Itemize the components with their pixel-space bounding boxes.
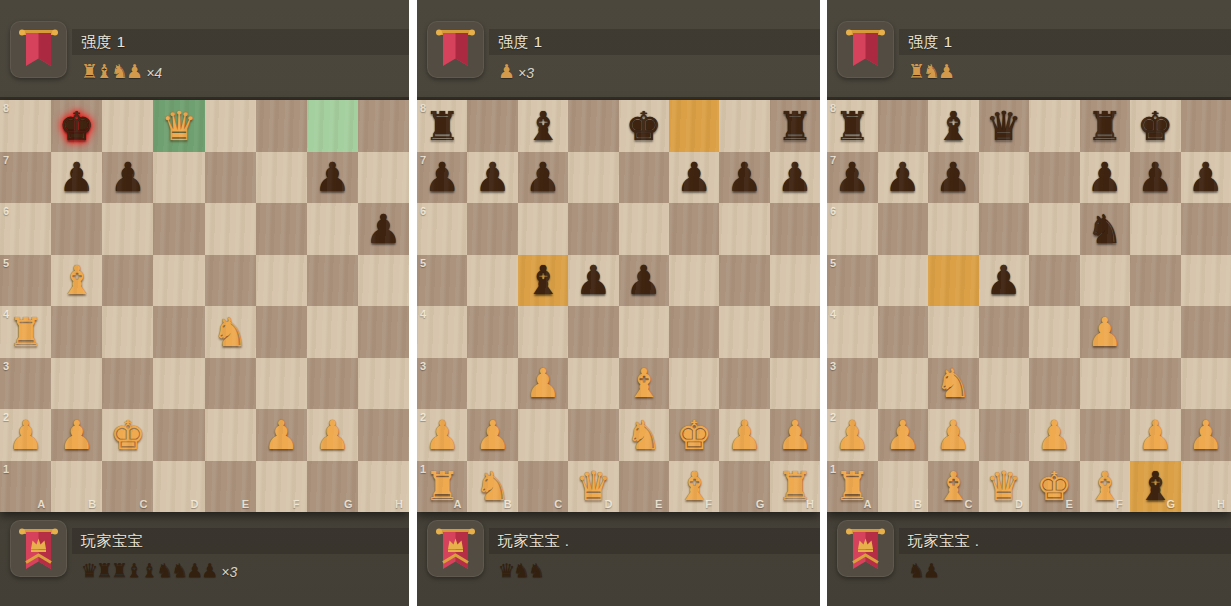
square-f2[interactable]: ♟ xyxy=(256,409,307,461)
opponent-bar: 强度 1 ♜♞♟ xyxy=(827,0,1231,100)
square-a6[interactable] xyxy=(827,203,878,255)
white-pawn: ♟ xyxy=(885,415,921,455)
square-a3[interactable] xyxy=(0,358,51,410)
player-avatar xyxy=(10,520,67,577)
captured-by-opponent: ♜♝♞♟ ×4 xyxy=(72,60,409,84)
white-pawn: ♟ xyxy=(777,415,813,455)
player-name: 玩家宝宝 . xyxy=(899,532,979,551)
square-a7[interactable] xyxy=(0,152,51,204)
crowned-banner-icon xyxy=(427,520,484,577)
square-c8[interactable] xyxy=(102,100,153,152)
square-h3[interactable] xyxy=(358,358,409,410)
square-h3[interactable] xyxy=(1181,358,1231,410)
square-f2[interactable] xyxy=(1080,409,1131,461)
square-c5[interactable] xyxy=(928,255,979,307)
opponent-name-strip: 强度 1 xyxy=(899,29,1231,55)
square-a5[interactable] xyxy=(0,255,51,307)
square-h6[interactable] xyxy=(1181,203,1231,255)
white-pawn: ♟ xyxy=(263,415,299,455)
square-c8[interactable]: ♝ xyxy=(928,100,979,152)
square-g8[interactable] xyxy=(719,100,769,152)
crowned-banner-icon xyxy=(837,520,894,577)
square-g2[interactable]: ♟ xyxy=(307,409,358,461)
white-bishop: ♝ xyxy=(676,466,712,506)
square-f8[interactable] xyxy=(669,100,719,152)
square-e2[interactable] xyxy=(205,409,256,461)
square-d2[interactable] xyxy=(568,409,618,461)
square-e7[interactable] xyxy=(619,152,669,204)
square-c1[interactable] xyxy=(102,461,153,513)
square-b1[interactable]: ♞ xyxy=(467,461,517,513)
square-a4[interactable]: ♜ xyxy=(0,306,51,358)
square-c2[interactable] xyxy=(518,409,568,461)
black-king: ♚ xyxy=(1137,106,1173,146)
square-h1[interactable]: ♜ xyxy=(770,461,820,513)
opponent-bar: 强度 1 ♜♝♞♟ ×4 xyxy=(0,0,409,100)
black-pawn: ♟ xyxy=(366,209,402,249)
square-a4[interactable] xyxy=(827,306,878,358)
square-c7[interactable]: ♟ xyxy=(518,152,568,204)
square-d1[interactable]: ♛ xyxy=(568,461,618,513)
square-c4[interactable] xyxy=(928,306,979,358)
square-b5[interactable] xyxy=(467,255,517,307)
square-d3[interactable] xyxy=(153,358,204,410)
square-h6[interactable]: ♟ xyxy=(358,203,409,255)
square-c7[interactable]: ♟ xyxy=(928,152,979,204)
square-e4[interactable]: ♞ xyxy=(205,306,256,358)
square-b7[interactable]: ♟ xyxy=(878,152,929,204)
square-g6[interactable] xyxy=(1130,203,1181,255)
square-d4[interactable] xyxy=(568,306,618,358)
square-g6[interactable] xyxy=(719,203,769,255)
square-b5[interactable]: ♝ xyxy=(51,255,102,307)
square-c8[interactable]: ♝ xyxy=(518,100,568,152)
square-h6[interactable] xyxy=(770,203,820,255)
captured-white-pieces: ♜♝♞♟ xyxy=(81,60,141,82)
captured-by-opponent: ♟ ×3 xyxy=(489,60,820,84)
square-b2[interactable]: ♟ xyxy=(467,409,517,461)
white-pawn: ♟ xyxy=(1188,415,1224,455)
player-name: 玩家宝宝 xyxy=(72,532,143,551)
red-banner-icon xyxy=(427,21,484,78)
square-d1[interactable] xyxy=(153,461,204,513)
square-g3[interactable] xyxy=(1130,358,1181,410)
captured-by-player: ♛♞♞ xyxy=(489,559,820,583)
black-rook: ♜ xyxy=(834,106,870,146)
square-f7[interactable] xyxy=(256,152,307,204)
white-pawn: ♟ xyxy=(8,415,44,455)
red-banner-icon xyxy=(837,21,894,78)
square-d2[interactable] xyxy=(979,409,1030,461)
square-a1[interactable] xyxy=(0,461,51,513)
square-b8[interactable] xyxy=(467,100,517,152)
square-d3[interactable] xyxy=(568,358,618,410)
square-b2[interactable]: ♟ xyxy=(51,409,102,461)
black-bishop: ♝ xyxy=(525,106,561,146)
square-f1[interactable] xyxy=(256,461,307,513)
square-h2[interactable]: ♟ xyxy=(1181,409,1231,461)
square-f3[interactable] xyxy=(256,358,307,410)
square-g4[interactable] xyxy=(1130,306,1181,358)
square-h3[interactable] xyxy=(770,358,820,410)
square-c7[interactable]: ♟ xyxy=(102,152,153,204)
square-h5[interactable] xyxy=(770,255,820,307)
square-h7[interactable] xyxy=(358,152,409,204)
square-d7[interactable] xyxy=(568,152,618,204)
black-pawn: ♟ xyxy=(1087,157,1123,197)
square-g1[interactable] xyxy=(307,461,358,513)
square-g5[interactable] xyxy=(1130,255,1181,307)
game-panel-3: 强度 1 ♜♞♟ ♜♝♛♜♚♟♟♟♟♟♟♞♟♟♞♟♟♟♟♟♟♜♝♛♚♝♝8765… xyxy=(827,0,1231,606)
white-pawn: ♟ xyxy=(834,415,870,455)
square-d5[interactable]: ♟ xyxy=(568,255,618,307)
player-avatar xyxy=(837,520,894,577)
square-e5[interactable] xyxy=(1029,255,1080,307)
square-b3[interactable] xyxy=(878,358,929,410)
captured-multiplier: ×4 xyxy=(146,65,162,81)
square-d6[interactable] xyxy=(979,203,1030,255)
square-a8[interactable]: ♜ xyxy=(827,100,878,152)
square-c3[interactable]: ♞ xyxy=(928,358,979,410)
square-e5[interactable] xyxy=(205,255,256,307)
white-pawn: ♟ xyxy=(314,415,350,455)
square-c5[interactable] xyxy=(102,255,153,307)
white-bishop: ♝ xyxy=(626,363,662,403)
chess-board-3: ♜♝♛♜♚♟♟♟♟♟♟♞♟♟♞♟♟♟♟♟♟♜♝♛♚♝♝87654321ABCDE… xyxy=(827,100,1231,512)
player-avatar xyxy=(427,520,484,577)
square-e7[interactable] xyxy=(205,152,256,204)
captured-black-pieces: ♛♞♞ xyxy=(498,559,543,581)
white-pawn: ♟ xyxy=(475,415,511,455)
white-knight: ♞ xyxy=(626,415,662,455)
red-banner-icon xyxy=(10,21,67,78)
square-a2[interactable]: ♟ xyxy=(827,409,878,461)
square-a5[interactable] xyxy=(827,255,878,307)
square-d5[interactable]: ♟ xyxy=(979,255,1030,307)
white-pawn: ♟ xyxy=(59,415,95,455)
square-c6[interactable] xyxy=(928,203,979,255)
black-pawn: ♟ xyxy=(935,157,971,197)
square-b6[interactable] xyxy=(51,203,102,255)
white-bishop: ♝ xyxy=(1087,466,1123,506)
captured-multiplier: ×3 xyxy=(518,65,534,81)
square-h7[interactable]: ♟ xyxy=(770,152,820,204)
black-king: ♚ xyxy=(59,106,95,146)
square-c3[interactable]: ♟ xyxy=(518,358,568,410)
white-pawn: ♟ xyxy=(935,415,971,455)
black-queen: ♛ xyxy=(986,106,1022,146)
square-h8[interactable] xyxy=(1181,100,1231,152)
square-g6[interactable] xyxy=(307,203,358,255)
square-g8[interactable]: ♚ xyxy=(1130,100,1181,152)
black-bishop: ♝ xyxy=(935,106,971,146)
square-b4[interactable] xyxy=(467,306,517,358)
square-e4[interactable] xyxy=(619,306,669,358)
square-e6[interactable] xyxy=(619,203,669,255)
player-name-strip: 玩家宝宝 xyxy=(72,528,409,554)
square-a6[interactable] xyxy=(417,203,467,255)
square-a6[interactable] xyxy=(0,203,51,255)
square-a3[interactable] xyxy=(827,358,878,410)
square-c3[interactable] xyxy=(102,358,153,410)
square-h8[interactable] xyxy=(358,100,409,152)
square-e4[interactable] xyxy=(1029,306,1080,358)
square-c5[interactable]: ♝ xyxy=(518,255,568,307)
square-g5[interactable] xyxy=(719,255,769,307)
square-g8[interactable] xyxy=(307,100,358,152)
square-e5[interactable]: ♟ xyxy=(619,255,669,307)
square-f4[interactable] xyxy=(669,306,719,358)
square-g4[interactable] xyxy=(719,306,769,358)
square-g7[interactable]: ♟ xyxy=(719,152,769,204)
black-pawn: ♟ xyxy=(1137,157,1173,197)
black-rook: ♜ xyxy=(777,106,813,146)
square-f7[interactable]: ♟ xyxy=(1080,152,1131,204)
white-queen: ♛ xyxy=(575,466,611,506)
square-f4[interactable]: ♟ xyxy=(1080,306,1131,358)
square-b1[interactable] xyxy=(51,461,102,513)
square-f8[interactable] xyxy=(256,100,307,152)
opponent-avatar xyxy=(10,21,67,78)
square-a4[interactable] xyxy=(417,306,467,358)
square-g3[interactable] xyxy=(719,358,769,410)
square-a5[interactable] xyxy=(417,255,467,307)
black-pawn: ♟ xyxy=(475,157,511,197)
opponent-name-strip: 强度 1 xyxy=(489,29,820,55)
square-c4[interactable] xyxy=(518,306,568,358)
captured-by-player: ♛♜♜♝♝♞♞♟♟ ×3 xyxy=(72,559,409,583)
square-g5[interactable] xyxy=(307,255,358,307)
black-bishop: ♝ xyxy=(525,260,561,300)
square-g3[interactable] xyxy=(307,358,358,410)
game-panel-2: 强度 1 ♟ ×3 ♜♝♚♜♟♟♟♟♟♟♝♟♟♟♝♟♟♞♚♟♟♜♞♛♝♜8765… xyxy=(417,0,820,606)
square-b4[interactable] xyxy=(51,306,102,358)
white-pawn: ♟ xyxy=(1087,312,1123,352)
black-knight: ♞ xyxy=(1087,209,1123,249)
square-a8[interactable] xyxy=(0,100,51,152)
chess-board-1: ♚♛♟♟♟♟♝♜♞♟♟♚♟♟87654321ABCDEFGH xyxy=(0,100,409,512)
white-pawn: ♟ xyxy=(727,415,763,455)
square-d4[interactable] xyxy=(153,306,204,358)
square-e1[interactable] xyxy=(619,461,669,513)
square-a1[interactable]: ♜ xyxy=(417,461,467,513)
square-d8[interactable]: ♛ xyxy=(153,100,204,152)
square-d8[interactable] xyxy=(568,100,618,152)
player-name-strip: 玩家宝宝 . xyxy=(899,528,1231,554)
square-d3[interactable] xyxy=(979,358,1030,410)
square-f6[interactable] xyxy=(256,203,307,255)
square-b6[interactable] xyxy=(878,203,929,255)
opponent-avatar xyxy=(427,21,484,78)
square-b3[interactable] xyxy=(51,358,102,410)
square-e3[interactable] xyxy=(205,358,256,410)
square-g1[interactable] xyxy=(719,461,769,513)
square-d4[interactable] xyxy=(979,306,1030,358)
square-c4[interactable] xyxy=(102,306,153,358)
square-h2[interactable] xyxy=(358,409,409,461)
square-c6[interactable] xyxy=(102,203,153,255)
square-a1[interactable]: ♜ xyxy=(827,461,878,513)
square-g4[interactable] xyxy=(307,306,358,358)
player-bar: 玩家宝宝 . ♞♟ xyxy=(827,512,1231,606)
square-b3[interactable] xyxy=(467,358,517,410)
captured-by-opponent: ♜♞♟ xyxy=(899,60,1231,84)
square-f1[interactable]: ♝ xyxy=(1080,461,1131,513)
square-c6[interactable] xyxy=(518,203,568,255)
square-h8[interactable]: ♜ xyxy=(770,100,820,152)
opponent-avatar xyxy=(837,21,894,78)
square-e6[interactable] xyxy=(1029,203,1080,255)
square-e2[interactable]: ♟ xyxy=(1029,409,1080,461)
square-f3[interactable] xyxy=(1080,358,1131,410)
black-pawn: ♟ xyxy=(1188,157,1224,197)
opponent-name: 强度 1 xyxy=(72,33,126,52)
square-h4[interactable] xyxy=(358,306,409,358)
black-pawn: ♟ xyxy=(314,157,350,197)
square-h5[interactable] xyxy=(358,255,409,307)
square-h7[interactable]: ♟ xyxy=(1181,152,1231,204)
square-d7[interactable] xyxy=(979,152,1030,204)
square-f4[interactable] xyxy=(256,306,307,358)
square-e3[interactable]: ♝ xyxy=(619,358,669,410)
black-pawn: ♟ xyxy=(986,260,1022,300)
square-f6[interactable]: ♞ xyxy=(1080,203,1131,255)
square-b4[interactable] xyxy=(878,306,929,358)
square-h4[interactable] xyxy=(1181,306,1231,358)
square-d5[interactable] xyxy=(153,255,204,307)
black-pawn: ♟ xyxy=(110,157,146,197)
square-c2[interactable]: ♟ xyxy=(928,409,979,461)
white-rook: ♜ xyxy=(424,466,460,506)
player-bar: 玩家宝宝 . ♛♞♞ xyxy=(417,512,820,606)
square-h4[interactable] xyxy=(770,306,820,358)
square-e6[interactable] xyxy=(205,203,256,255)
opponent-name-strip: 强度 1 xyxy=(72,29,409,55)
black-pawn: ♟ xyxy=(525,157,561,197)
white-queen: ♛ xyxy=(986,466,1022,506)
square-d2[interactable] xyxy=(153,409,204,461)
square-f1[interactable]: ♝ xyxy=(669,461,719,513)
white-bishop: ♝ xyxy=(59,260,95,300)
square-e8[interactable]: ♚ xyxy=(619,100,669,152)
player-name-strip: 玩家宝宝 . xyxy=(489,528,820,554)
white-king: ♚ xyxy=(1036,466,1072,506)
square-b8[interactable] xyxy=(878,100,929,152)
square-e8[interactable] xyxy=(205,100,256,152)
square-f8[interactable]: ♜ xyxy=(1080,100,1131,152)
square-b7[interactable]: ♟ xyxy=(467,152,517,204)
black-pawn: ♟ xyxy=(885,157,921,197)
square-b2[interactable]: ♟ xyxy=(878,409,929,461)
square-h2[interactable]: ♟ xyxy=(770,409,820,461)
opponent-name: 强度 1 xyxy=(899,33,953,52)
square-f7[interactable]: ♟ xyxy=(669,152,719,204)
square-h1[interactable] xyxy=(358,461,409,513)
square-d6[interactable] xyxy=(153,203,204,255)
white-king: ♚ xyxy=(110,415,146,455)
square-c2[interactable]: ♚ xyxy=(102,409,153,461)
captured-white-pieces: ♜♞♟ xyxy=(908,60,953,82)
square-e1[interactable] xyxy=(205,461,256,513)
chess-app-screens: 强度 1 ♜♝♞♟ ×4 ♚♛♟♟♟♟♝♜♞♟♟♚♟♟87654321ABCDE… xyxy=(0,0,1231,606)
captured-black-pieces: ♞♟ xyxy=(908,559,938,581)
square-g1[interactable]: ♝ xyxy=(1130,461,1181,513)
square-d1[interactable]: ♛ xyxy=(979,461,1030,513)
square-f5[interactable] xyxy=(256,255,307,307)
black-rook: ♜ xyxy=(1087,106,1123,146)
player-name: 玩家宝宝 . xyxy=(489,532,569,551)
square-f6[interactable] xyxy=(669,203,719,255)
square-g7[interactable]: ♟ xyxy=(307,152,358,204)
square-e1[interactable]: ♚ xyxy=(1029,461,1080,513)
square-b5[interactable] xyxy=(878,255,929,307)
square-a2[interactable]: ♟ xyxy=(0,409,51,461)
square-h5[interactable] xyxy=(1181,255,1231,307)
square-b1[interactable] xyxy=(878,461,929,513)
square-e2[interactable]: ♞ xyxy=(619,409,669,461)
black-king: ♚ xyxy=(626,106,662,146)
captured-white-pieces: ♟ xyxy=(498,60,513,82)
square-a2[interactable]: ♟ xyxy=(417,409,467,461)
white-knight: ♞ xyxy=(935,363,971,403)
square-a3[interactable] xyxy=(417,358,467,410)
white-pawn: ♟ xyxy=(1036,415,1072,455)
white-pawn: ♟ xyxy=(1137,415,1173,455)
white-knight: ♞ xyxy=(475,466,511,506)
square-e8[interactable] xyxy=(1029,100,1080,152)
square-f5[interactable] xyxy=(1080,255,1131,307)
square-b8[interactable]: ♚ xyxy=(51,100,102,152)
square-d8[interactable]: ♛ xyxy=(979,100,1030,152)
square-b7[interactable]: ♟ xyxy=(51,152,102,204)
square-h1[interactable] xyxy=(1181,461,1231,513)
square-d7[interactable] xyxy=(153,152,204,204)
square-g7[interactable]: ♟ xyxy=(1130,152,1181,204)
square-e3[interactable] xyxy=(1029,358,1080,410)
chess-board-2: ♜♝♚♜♟♟♟♟♟♟♝♟♟♟♝♟♟♞♚♟♟♜♞♛♝♜87654321ABCDEF… xyxy=(417,100,820,512)
player-bar: 玩家宝宝 ♛♜♜♝♝♞♞♟♟ ×3 xyxy=(0,512,409,606)
black-pawn: ♟ xyxy=(626,260,662,300)
square-g2[interactable]: ♟ xyxy=(719,409,769,461)
square-g2[interactable]: ♟ xyxy=(1130,409,1181,461)
square-f2[interactable]: ♚ xyxy=(669,409,719,461)
black-pawn: ♟ xyxy=(834,157,870,197)
white-rook: ♜ xyxy=(834,466,870,506)
square-e7[interactable] xyxy=(1029,152,1080,204)
square-a7[interactable]: ♟ xyxy=(417,152,467,204)
square-c1[interactable] xyxy=(518,461,568,513)
square-b6[interactable] xyxy=(467,203,517,255)
white-pawn: ♟ xyxy=(525,363,561,403)
square-c1[interactable]: ♝ xyxy=(928,461,979,513)
square-d6[interactable] xyxy=(568,203,618,255)
opponent-name: 强度 1 xyxy=(489,33,543,52)
black-pawn: ♟ xyxy=(575,260,611,300)
square-f5[interactable] xyxy=(669,255,719,307)
opponent-bar: 强度 1 ♟ ×3 xyxy=(417,0,820,100)
square-a7[interactable]: ♟ xyxy=(827,152,878,204)
captured-multiplier: ×3 xyxy=(221,564,237,580)
square-f3[interactable] xyxy=(669,358,719,410)
captured-by-player: ♞♟ xyxy=(899,559,1231,583)
white-knight: ♞ xyxy=(212,312,248,352)
square-a8[interactable]: ♜ xyxy=(417,100,467,152)
black-rook: ♜ xyxy=(424,106,460,146)
black-pawn: ♟ xyxy=(676,157,712,197)
white-bishop: ♝ xyxy=(935,466,971,506)
crowned-banner-icon xyxy=(10,520,67,577)
black-pawn: ♟ xyxy=(777,157,813,197)
